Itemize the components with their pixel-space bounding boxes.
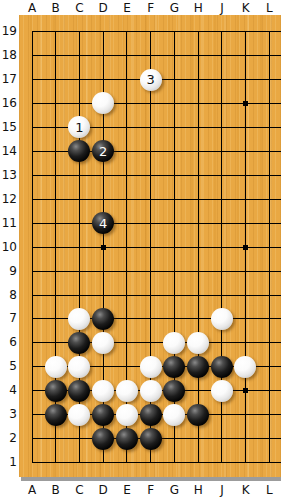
stone-white-b5[interactable] — [45, 356, 67, 378]
row-label: 12 — [0, 192, 17, 206]
move-number: 3 — [146, 73, 154, 86]
board-intersection-e3 — [115, 403, 139, 427]
stone-white-f5[interactable] — [140, 356, 162, 378]
board-intersection-d14: 2 — [91, 139, 115, 163]
stone-white-f17[interactable]: 3 — [140, 69, 162, 91]
stone-black-c4[interactable] — [68, 380, 90, 402]
move-number: 1 — [75, 121, 83, 134]
board-intersection-h5 — [186, 355, 210, 379]
column-label: L — [259, 1, 279, 15]
stone-white-g6[interactable] — [163, 332, 185, 354]
stone-white-g3[interactable] — [163, 404, 185, 426]
board-intersection-c6 — [67, 331, 91, 355]
board-intersection-h6 — [186, 331, 210, 355]
stone-black-d2[interactable] — [92, 428, 114, 450]
row-label: 9 — [0, 264, 17, 278]
stone-white-d16[interactable] — [92, 92, 114, 114]
row-label: 1 — [0, 455, 17, 469]
stone-white-c3[interactable] — [68, 404, 90, 426]
board-intersection-d3 — [91, 403, 115, 427]
stone-black-h5[interactable] — [187, 356, 209, 378]
board-intersection-k5 — [234, 355, 258, 379]
column-label: E — [117, 483, 137, 497]
board-intersection-c14 — [67, 139, 91, 163]
row-label: 10 — [0, 240, 17, 254]
board-intersection-c4 — [67, 379, 91, 403]
board-intersection-d2 — [91, 427, 115, 451]
column-label: L — [259, 483, 279, 497]
column-label: A — [22, 1, 42, 15]
board-intersection-e2 — [115, 427, 139, 451]
row-label: 18 — [0, 48, 17, 62]
column-label: H — [188, 1, 208, 15]
column-label: K — [236, 1, 256, 15]
column-label: B — [46, 483, 66, 497]
board-intersection-f5 — [139, 355, 163, 379]
board-intersection-g3 — [162, 403, 186, 427]
stone-white-f4[interactable] — [140, 380, 162, 402]
board-intersection-d7 — [91, 307, 115, 331]
row-label: 19 — [0, 24, 17, 38]
stone-white-d4[interactable] — [92, 380, 114, 402]
row-label: 13 — [0, 168, 17, 182]
stone-white-j4[interactable] — [211, 380, 233, 402]
board-intersection-d6 — [91, 331, 115, 355]
stone-black-j5[interactable] — [211, 356, 233, 378]
stone-black-d7[interactable] — [92, 308, 114, 330]
board-intersection-f3 — [139, 403, 163, 427]
board-intersection-c3 — [67, 403, 91, 427]
stone-black-d3[interactable] — [92, 404, 114, 426]
stone-black-h3[interactable] — [187, 404, 209, 426]
stone-black-g4[interactable] — [163, 380, 185, 402]
stone-white-k5[interactable] — [234, 356, 256, 378]
column-label: C — [69, 483, 89, 497]
stone-white-e3[interactable] — [116, 404, 138, 426]
stone-black-g5[interactable] — [163, 356, 185, 378]
board-intersection-c7 — [67, 307, 91, 331]
row-label: 14 — [0, 144, 17, 158]
stone-white-d6[interactable] — [92, 332, 114, 354]
board-intersection-d11: 4 — [91, 211, 115, 235]
column-label: E — [117, 1, 137, 15]
column-label: J — [212, 1, 232, 15]
board-intersection-j7 — [210, 307, 234, 331]
column-label: G — [164, 483, 184, 497]
stone-white-c5[interactable] — [68, 356, 90, 378]
stone-black-f2[interactable] — [140, 428, 162, 450]
board-intersection-b4 — [44, 379, 68, 403]
column-label: J — [212, 483, 232, 497]
row-label: 8 — [0, 288, 17, 302]
row-label: 5 — [0, 359, 17, 373]
row-label: 2 — [0, 431, 17, 445]
column-label: D — [93, 1, 113, 15]
board-intersection-f2 — [139, 427, 163, 451]
board-intersection-f17: 3 — [139, 68, 163, 92]
board-intersection-c15: 1 — [67, 115, 91, 139]
row-label: 7 — [0, 311, 17, 325]
stone-white-c7[interactable] — [68, 308, 90, 330]
board-intersection-j5 — [210, 355, 234, 379]
stone-grid: 3124 — [20, 20, 281, 475]
stone-black-f3[interactable] — [140, 404, 162, 426]
go-board[interactable]: 3124 — [19, 15, 281, 477]
stone-white-e4[interactable] — [116, 380, 138, 402]
stone-black-d14[interactable]: 2 — [92, 140, 114, 162]
row-label: 3 — [0, 407, 17, 421]
board-intersection-c5 — [67, 355, 91, 379]
board-intersection-d16 — [91, 92, 115, 116]
board-intersection-g4 — [162, 379, 186, 403]
row-label: 17 — [0, 72, 17, 86]
board-intersection-h3 — [186, 403, 210, 427]
column-label: H — [188, 483, 208, 497]
move-number: 4 — [99, 217, 107, 230]
board-intersection-d4 — [91, 379, 115, 403]
board-intersection-g5 — [162, 355, 186, 379]
stone-black-b4[interactable] — [45, 380, 67, 402]
column-label: A — [22, 483, 42, 497]
stone-white-c15[interactable]: 1 — [68, 116, 90, 138]
board-intersection-e4 — [115, 379, 139, 403]
board-intersection-f4 — [139, 379, 163, 403]
board-intersection-g6 — [162, 331, 186, 355]
board-intersection-b5 — [44, 355, 68, 379]
column-label: C — [69, 1, 89, 15]
column-label: D — [93, 483, 113, 497]
stone-white-h6[interactable] — [187, 332, 209, 354]
board-intersection-b3 — [44, 403, 68, 427]
board-shadow — [21, 477, 281, 481]
stone-black-b3[interactable] — [45, 404, 67, 426]
stone-black-e2[interactable] — [116, 428, 138, 450]
column-label: B — [46, 1, 66, 15]
stone-white-j7[interactable] — [211, 308, 233, 330]
column-label: K — [236, 483, 256, 497]
stone-black-c14[interactable] — [68, 140, 90, 162]
row-label: 6 — [0, 335, 17, 349]
board-intersection-j4 — [210, 379, 234, 403]
row-label: 15 — [0, 120, 17, 134]
column-label: F — [141, 1, 161, 15]
row-label: 4 — [0, 383, 17, 397]
move-number: 2 — [99, 145, 107, 158]
row-label: 16 — [0, 96, 17, 110]
stone-black-d11[interactable]: 4 — [92, 212, 114, 234]
row-label: 11 — [0, 216, 17, 230]
column-label: G — [164, 1, 184, 15]
stone-black-c6[interactable] — [68, 332, 90, 354]
column-label: F — [141, 483, 161, 497]
go-diagram: ABCDEFGHJKL 1918171615141312111098765432… — [0, 0, 281, 500]
